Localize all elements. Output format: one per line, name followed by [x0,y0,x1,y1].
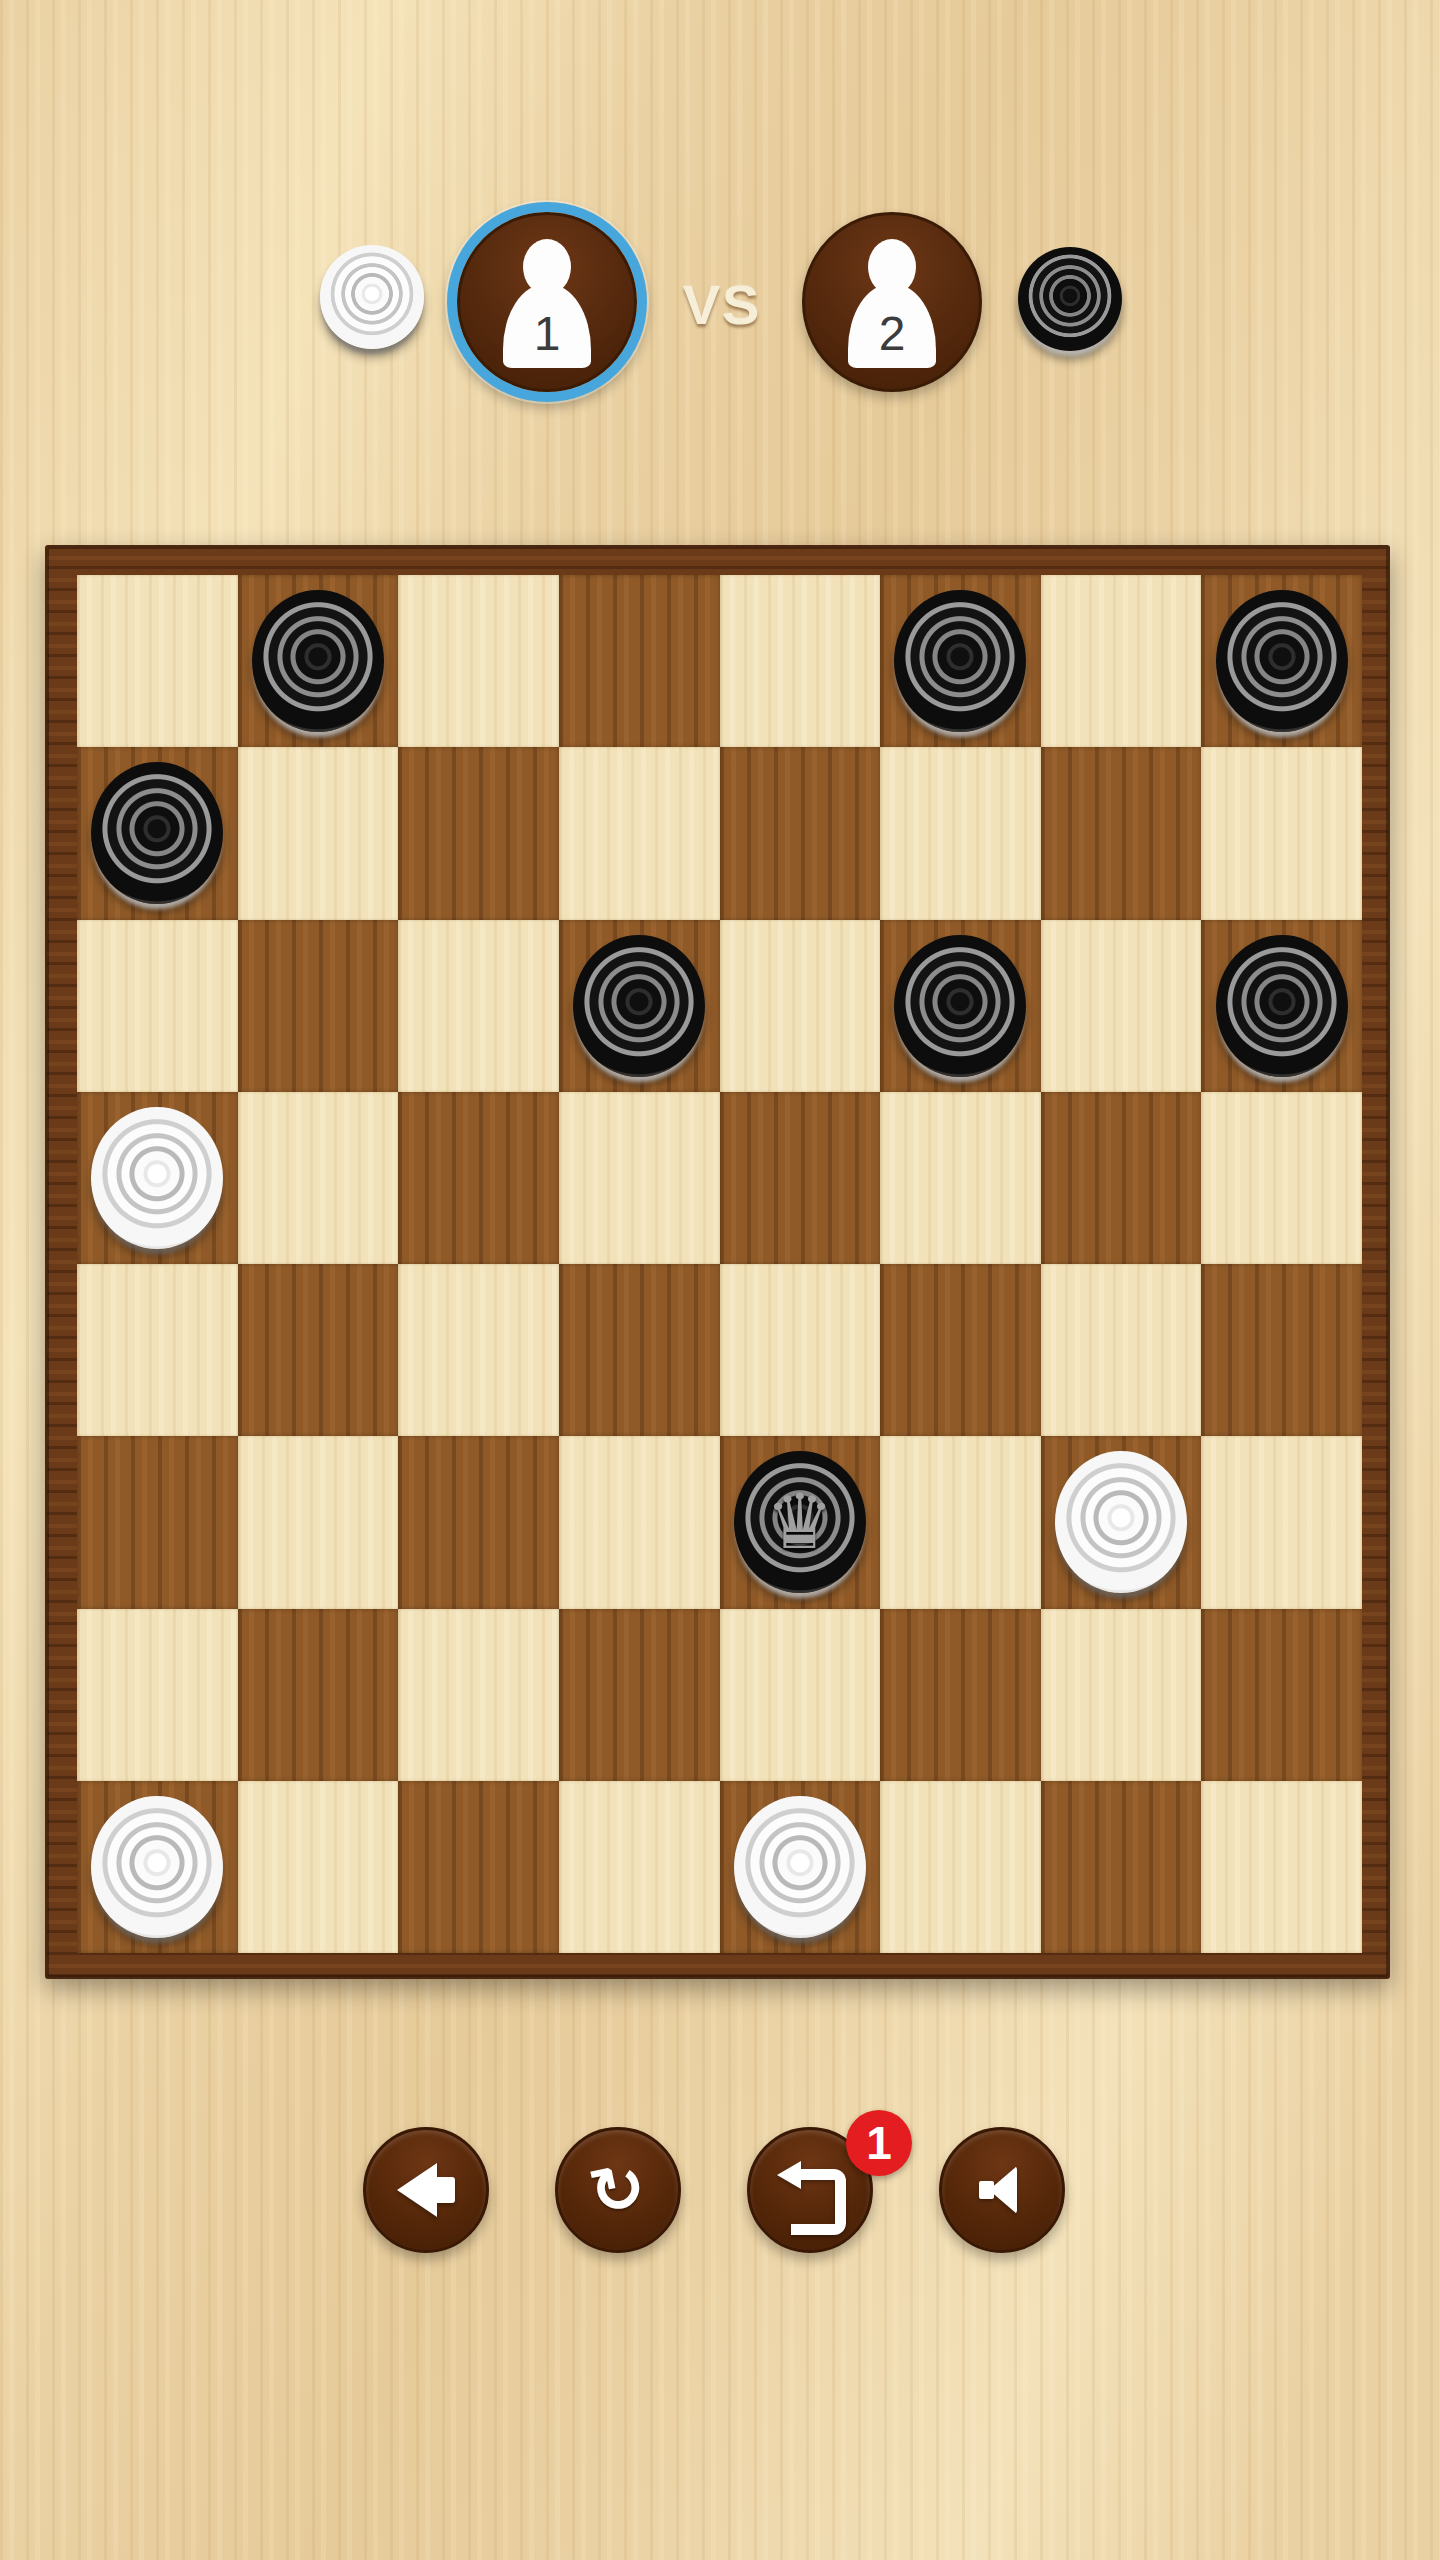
square-r3c2[interactable] [398,1092,559,1264]
square-r2c3[interactable] [559,920,720,1092]
square-r0c2 [398,575,559,747]
square-r1c4[interactable] [720,747,881,919]
square-r5c5 [880,1436,1041,1608]
undo-badge: 1 [846,2110,912,2176]
white-man-piece[interactable] [734,1796,866,1938]
player2-avatar-circle: 2 [802,212,982,392]
square-r4c2 [398,1264,559,1436]
player2-avatar[interactable]: 2 [802,212,982,392]
player1-avatar[interactable]: 1 [447,202,647,402]
black-man-piece[interactable] [91,762,223,904]
back-arrow-icon [397,2163,455,2217]
square-r3c5 [880,1092,1041,1264]
square-r6c6 [1041,1609,1202,1781]
black-man-piece[interactable] [573,935,705,1077]
square-r3c6[interactable] [1041,1092,1202,1264]
square-r1c2[interactable] [398,747,559,919]
square-r7c4[interactable] [720,1781,881,1953]
black-man-piece[interactable] [1216,590,1348,732]
square-r7c2[interactable] [398,1781,559,1953]
square-r2c1[interactable] [238,920,399,1092]
square-r3c1 [238,1092,399,1264]
player1-avatar-circle: 1 [457,212,637,392]
square-r5c3 [559,1436,720,1608]
black-man-piece[interactable] [252,590,384,732]
board-frame: ♛ [45,545,1390,1979]
square-r1c6[interactable] [1041,747,1202,919]
square-r3c7 [1201,1092,1362,1264]
speaker-icon [973,2162,1031,2218]
square-r4c4 [720,1264,881,1436]
square-r2c6 [1041,920,1202,1092]
square-r6c3[interactable] [559,1609,720,1781]
square-r5c4[interactable]: ♛ [720,1436,881,1608]
square-r1c1 [238,747,399,919]
game-screen: 1 VS 2 ♛ ↻ 1 [0,0,1440,2560]
square-r6c5[interactable] [880,1609,1041,1781]
square-r2c0 [77,920,238,1092]
white-man-piece[interactable] [91,1796,223,1938]
square-r5c7 [1201,1436,1362,1608]
square-r7c1 [238,1781,399,1953]
square-r0c6 [1041,575,1202,747]
square-r1c7 [1201,747,1362,919]
square-r5c1 [238,1436,399,1608]
sound-button[interactable] [939,2127,1065,2253]
square-r0c0 [77,575,238,747]
player2-number: 2 [879,310,906,368]
square-r7c5 [880,1781,1041,1953]
square-r6c1[interactable] [238,1609,399,1781]
square-r4c7[interactable] [1201,1264,1362,1436]
black-checker-indicator [1018,247,1122,351]
square-r4c3[interactable] [559,1264,720,1436]
undo-button[interactable]: 1 [747,2127,873,2253]
player1-person-icon: 1 [460,215,634,389]
square-r2c4 [720,920,881,1092]
square-r7c6[interactable] [1041,1781,1202,1953]
white-man-piece[interactable] [91,1107,223,1249]
undo-icon [779,2162,841,2218]
square-r3c0[interactable] [77,1092,238,1264]
white-man-piece[interactable] [1055,1451,1187,1593]
square-r2c7[interactable] [1201,920,1362,1092]
square-r5c0[interactable] [77,1436,238,1608]
square-r5c2[interactable] [398,1436,559,1608]
square-r7c7 [1201,1781,1362,1953]
black-man-piece[interactable] [894,935,1026,1077]
square-r4c1[interactable] [238,1264,399,1436]
square-r0c4 [720,575,881,747]
king-crown-icon: ♛ [734,1451,866,1593]
square-r3c3 [559,1092,720,1264]
square-r4c6 [1041,1264,1202,1436]
player1-number: 1 [534,310,561,368]
person-body-icon: 1 [503,284,591,368]
square-r0c7[interactable] [1201,575,1362,747]
square-r4c0 [77,1264,238,1436]
black-king-piece[interactable]: ♛ [734,1451,866,1593]
restart-button[interactable]: ↻ [555,2127,681,2253]
square-r2c2 [398,920,559,1092]
restart-icon: ↻ [584,2152,652,2228]
black-man-piece[interactable] [1216,935,1348,1077]
checkers-board: ♛ [77,575,1362,1953]
square-r7c3 [559,1781,720,1953]
square-r6c0 [77,1609,238,1781]
square-r0c1[interactable] [238,575,399,747]
square-r7c0[interactable] [77,1781,238,1953]
person-body-icon: 2 [848,284,936,368]
square-r6c7[interactable] [1201,1609,1362,1781]
square-r2c5[interactable] [880,920,1041,1092]
square-r5c6[interactable] [1041,1436,1202,1608]
square-r0c5[interactable] [880,575,1041,747]
square-r4c5[interactable] [880,1264,1041,1436]
square-r1c0[interactable] [77,747,238,919]
square-r6c4 [720,1609,881,1781]
square-r1c5 [880,747,1041,919]
white-checker-indicator [320,245,424,349]
back-button[interactable] [363,2127,489,2253]
vs-label: VS [652,272,792,337]
black-man-piece[interactable] [894,590,1026,732]
square-r0c3[interactable] [559,575,720,747]
square-r6c2 [398,1609,559,1781]
square-r1c3 [559,747,720,919]
player2-person-icon: 2 [805,215,979,389]
square-r3c4[interactable] [720,1092,881,1264]
